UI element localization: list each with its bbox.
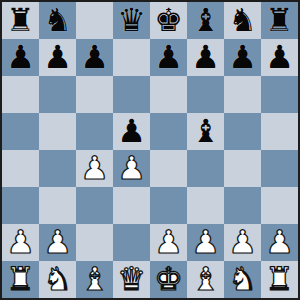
square-d4[interactable]: ♟	[113, 150, 150, 187]
black-bishop[interactable]: ♝	[191, 4, 220, 36]
square-e2[interactable]: ♟	[150, 224, 187, 261]
white-pawn[interactable]: ♟	[228, 226, 257, 258]
square-f7[interactable]: ♟	[187, 39, 224, 76]
chess-board: ♜♞♛♚♝♞♜♟♟♟♟♟♟♟♟♝♟♟♟♟♟♟♟♟♜♞♝♛♚♝♞♜	[0, 0, 300, 300]
square-d3[interactable]	[113, 187, 150, 224]
white-knight[interactable]: ♞	[43, 263, 72, 295]
chess-board-container: ♜♞♛♚♝♞♜♟♟♟♟♟♟♟♟♝♟♟♟♟♟♟♟♟♜♞♝♛♚♝♞♜	[0, 0, 300, 300]
black-pawn[interactable]: ♟	[6, 41, 35, 73]
black-knight[interactable]: ♞	[228, 4, 257, 36]
square-b6[interactable]	[39, 76, 76, 113]
square-e4[interactable]	[150, 150, 187, 187]
white-rook[interactable]: ♜	[6, 263, 35, 295]
square-a3[interactable]	[2, 187, 39, 224]
square-d1[interactable]: ♛	[113, 261, 150, 298]
square-e7[interactable]: ♟	[150, 39, 187, 76]
square-a4[interactable]	[2, 150, 39, 187]
square-f1[interactable]: ♝	[187, 261, 224, 298]
square-h1[interactable]: ♜	[261, 261, 298, 298]
black-bishop[interactable]: ♝	[191, 115, 220, 147]
square-h4[interactable]	[261, 150, 298, 187]
square-b2[interactable]: ♟	[39, 224, 76, 261]
square-g5[interactable]	[224, 113, 261, 150]
square-d8[interactable]: ♛	[113, 2, 150, 39]
square-g4[interactable]	[224, 150, 261, 187]
square-e1[interactable]: ♚	[150, 261, 187, 298]
white-pawn[interactable]: ♟	[43, 226, 72, 258]
black-pawn[interactable]: ♟	[43, 41, 72, 73]
square-g8[interactable]: ♞	[224, 2, 261, 39]
black-king[interactable]: ♚	[154, 4, 183, 36]
square-g1[interactable]: ♞	[224, 261, 261, 298]
square-e8[interactable]: ♚	[150, 2, 187, 39]
white-rook[interactable]: ♜	[265, 263, 294, 295]
square-f3[interactable]	[187, 187, 224, 224]
square-d6[interactable]	[113, 76, 150, 113]
square-a8[interactable]: ♜	[2, 2, 39, 39]
black-pawn[interactable]: ♟	[154, 41, 183, 73]
square-a1[interactable]: ♜	[2, 261, 39, 298]
square-c5[interactable]	[76, 113, 113, 150]
square-h6[interactable]	[261, 76, 298, 113]
black-pawn[interactable]: ♟	[191, 41, 220, 73]
white-queen[interactable]: ♛	[117, 263, 146, 295]
square-d5[interactable]: ♟	[113, 113, 150, 150]
black-rook[interactable]: ♜	[6, 4, 35, 36]
black-pawn[interactable]: ♟	[265, 41, 294, 73]
white-pawn[interactable]: ♟	[80, 152, 109, 184]
square-g3[interactable]	[224, 187, 261, 224]
white-knight[interactable]: ♞	[228, 263, 257, 295]
square-d2[interactable]	[113, 224, 150, 261]
white-king[interactable]: ♚	[154, 263, 183, 295]
square-c4[interactable]: ♟	[76, 150, 113, 187]
white-pawn[interactable]: ♟	[117, 152, 146, 184]
square-d7[interactable]	[113, 39, 150, 76]
square-g2[interactable]: ♟	[224, 224, 261, 261]
square-f2[interactable]: ♟	[187, 224, 224, 261]
square-b3[interactable]	[39, 187, 76, 224]
square-b1[interactable]: ♞	[39, 261, 76, 298]
square-a2[interactable]: ♟	[2, 224, 39, 261]
square-a6[interactable]	[2, 76, 39, 113]
black-knight[interactable]: ♞	[43, 4, 72, 36]
square-h8[interactable]: ♜	[261, 2, 298, 39]
square-e5[interactable]	[150, 113, 187, 150]
square-h5[interactable]	[261, 113, 298, 150]
square-e3[interactable]	[150, 187, 187, 224]
square-c3[interactable]	[76, 187, 113, 224]
black-queen[interactable]: ♛	[117, 4, 146, 36]
black-pawn[interactable]: ♟	[228, 41, 257, 73]
square-g7[interactable]: ♟	[224, 39, 261, 76]
black-pawn[interactable]: ♟	[80, 41, 109, 73]
square-b7[interactable]: ♟	[39, 39, 76, 76]
white-pawn[interactable]: ♟	[154, 226, 183, 258]
square-f4[interactable]	[187, 150, 224, 187]
square-f5[interactable]: ♝	[187, 113, 224, 150]
white-pawn[interactable]: ♟	[191, 226, 220, 258]
square-c6[interactable]	[76, 76, 113, 113]
square-c1[interactable]: ♝	[76, 261, 113, 298]
square-a7[interactable]: ♟	[2, 39, 39, 76]
square-c7[interactable]: ♟	[76, 39, 113, 76]
square-h3[interactable]	[261, 187, 298, 224]
white-pawn[interactable]: ♟	[265, 226, 294, 258]
square-g6[interactable]	[224, 76, 261, 113]
square-a5[interactable]	[2, 113, 39, 150]
square-h7[interactable]: ♟	[261, 39, 298, 76]
white-bishop[interactable]: ♝	[80, 263, 109, 295]
black-rook[interactable]: ♜	[265, 4, 294, 36]
square-f6[interactable]	[187, 76, 224, 113]
black-pawn[interactable]: ♟	[117, 115, 146, 147]
square-c2[interactable]	[76, 224, 113, 261]
square-f8[interactable]: ♝	[187, 2, 224, 39]
square-b4[interactable]	[39, 150, 76, 187]
square-c8[interactable]	[76, 2, 113, 39]
white-pawn[interactable]: ♟	[6, 226, 35, 258]
square-e6[interactable]	[150, 76, 187, 113]
white-bishop[interactable]: ♝	[191, 263, 220, 295]
square-b8[interactable]: ♞	[39, 2, 76, 39]
square-h2[interactable]: ♟	[261, 224, 298, 261]
square-b5[interactable]	[39, 113, 76, 150]
